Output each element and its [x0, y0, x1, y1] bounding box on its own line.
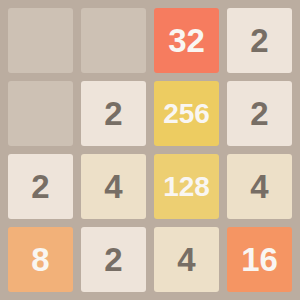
tile-4-r3c2: 4	[81, 154, 146, 219]
tile-16-r4c4: 16	[227, 227, 292, 292]
tile-256-r2c3: 256	[154, 81, 219, 146]
tile-4-r4c3: 4	[154, 227, 219, 292]
tile-2-r4c2: 2	[81, 227, 146, 292]
tile-32-r1c3: 32	[154, 8, 219, 73]
empty-cell-r1c2	[81, 8, 146, 73]
tile-128-r3c3: 128	[154, 154, 219, 219]
board-2048[interactable]: 3222256224128482416	[0, 0, 300, 300]
tile-2-r1c4: 2	[227, 8, 292, 73]
tile-2-r3c1: 2	[8, 154, 73, 219]
tile-2-r2c2: 2	[81, 81, 146, 146]
tile-8-r4c1: 8	[8, 227, 73, 292]
tile-2-r2c4: 2	[227, 81, 292, 146]
empty-cell-r1c1	[8, 8, 73, 73]
tile-4-r3c4: 4	[227, 154, 292, 219]
empty-cell-r2c1	[8, 81, 73, 146]
